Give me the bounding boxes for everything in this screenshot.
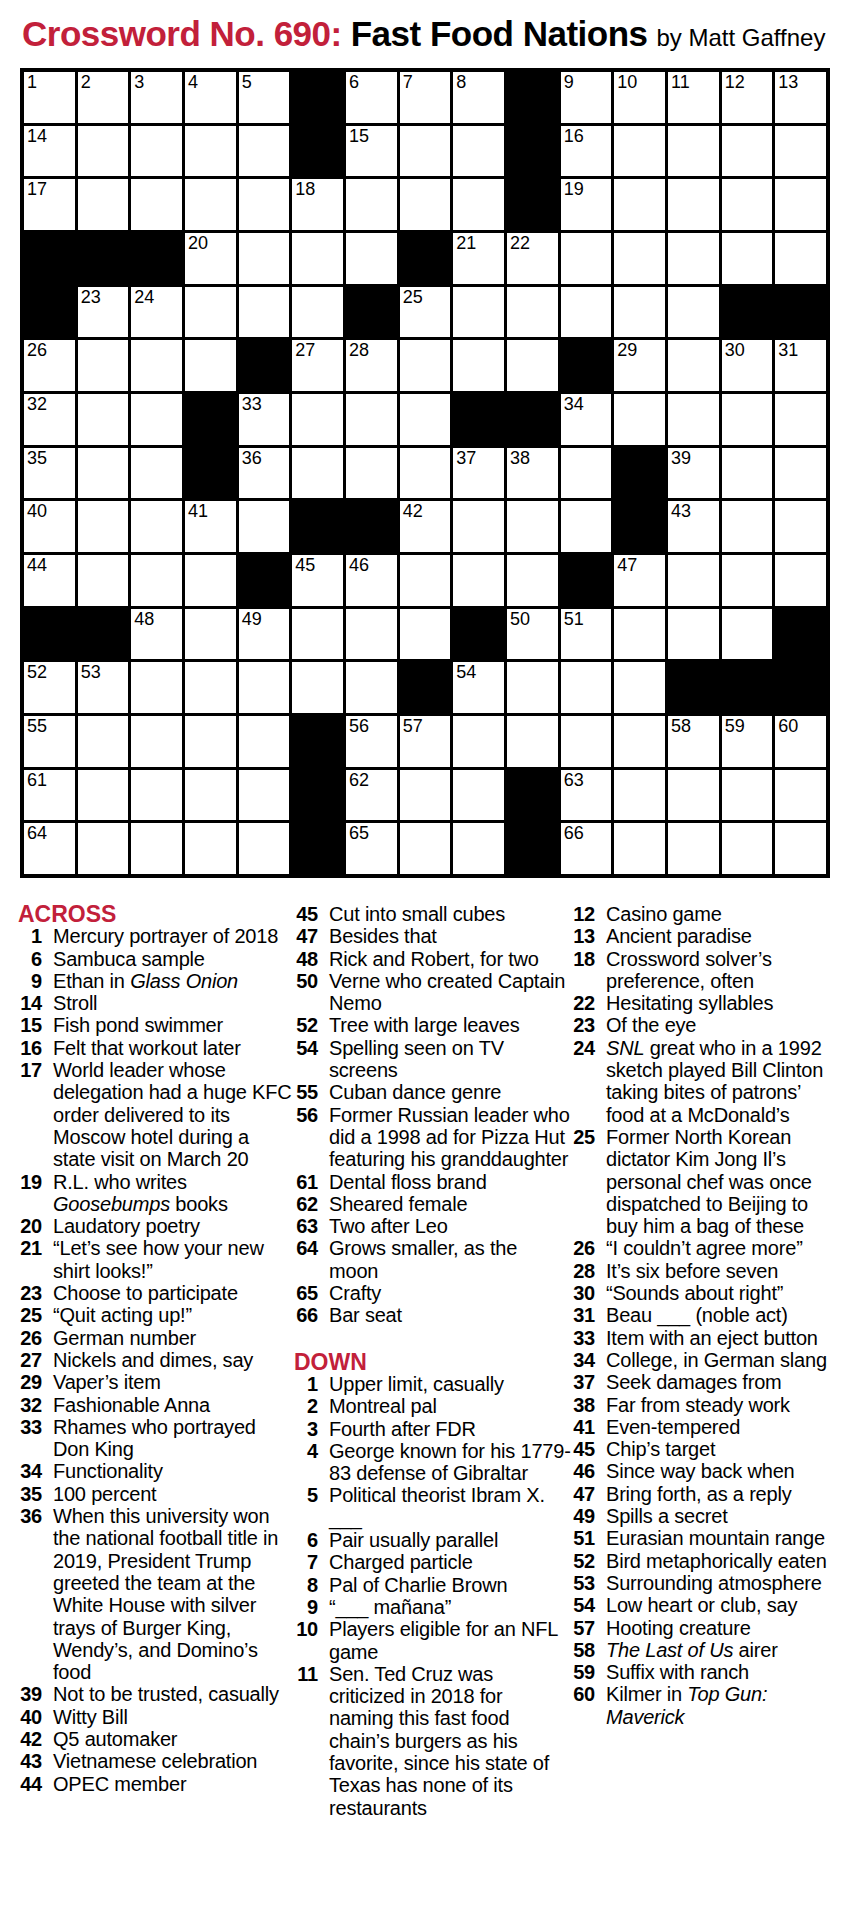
grid-cell[interactable] <box>185 555 236 606</box>
cell-number: 52 <box>27 662 47 683</box>
grid-cell[interactable]: 64 <box>24 823 75 874</box>
clue-number: 47 <box>571 1483 595 1505</box>
grid-cell[interactable] <box>185 609 236 660</box>
grid-cell[interactable]: 63 <box>561 770 612 821</box>
cell-number: 26 <box>27 340 47 361</box>
black-cell <box>453 394 504 445</box>
cell-number: 32 <box>27 394 47 415</box>
black-cell <box>292 716 343 767</box>
grid-cell[interactable] <box>292 287 343 338</box>
grid-cell[interactable] <box>292 394 343 445</box>
grid-cell[interactable] <box>131 662 182 713</box>
grid-cell[interactable]: 31 <box>775 340 826 391</box>
clue-column-1: ACROSS1Mercury portrayer of 20186Sambuca… <box>18 903 294 1795</box>
grid-cell[interactable] <box>668 609 719 660</box>
grid-cell[interactable] <box>453 716 504 767</box>
grid-cell[interactable]: 40 <box>24 501 75 552</box>
grid-cell[interactable] <box>614 126 665 177</box>
grid-cell[interactable]: 3 <box>131 72 182 123</box>
grid-cell[interactable] <box>668 126 719 177</box>
grid-cell[interactable] <box>78 823 129 874</box>
grid-cell[interactable] <box>346 179 397 230</box>
clue-number: 4 <box>294 1440 318 1485</box>
grid-cell[interactable]: 41 <box>185 501 236 552</box>
clue-number: 9 <box>294 1596 318 1618</box>
clue-33-across: 33Rhames who portrayed Don King <box>18 1416 294 1461</box>
grid-cell[interactable] <box>346 233 397 284</box>
grid-cell[interactable] <box>239 716 290 767</box>
black-cell <box>346 501 397 552</box>
grid-cell[interactable] <box>722 555 773 606</box>
clue-10-down: 10Players eligible for an NFL game <box>294 1618 571 1663</box>
grid-cell[interactable]: 62 <box>346 770 397 821</box>
grid-cell[interactable]: 22 <box>507 233 558 284</box>
grid-cell[interactable]: 25 <box>400 287 451 338</box>
clue-45-down: 45Chip’s target <box>571 1438 835 1460</box>
grid-cell[interactable] <box>614 770 665 821</box>
grid-cell[interactable] <box>292 233 343 284</box>
clue-text: “___ mañana” <box>329 1596 571 1618</box>
clue-number: 38 <box>571 1394 595 1416</box>
grid-cell[interactable]: 65 <box>346 823 397 874</box>
grid-cell[interactable]: 49 <box>239 609 290 660</box>
grid-cell[interactable]: 29 <box>614 340 665 391</box>
cell-number: 50 <box>510 609 530 630</box>
grid-cell[interactable] <box>185 823 236 874</box>
grid-cell[interactable]: 17 <box>24 179 75 230</box>
grid-cell[interactable]: 52 <box>24 662 75 713</box>
grid-cell[interactable] <box>78 501 129 552</box>
grid-cell[interactable] <box>131 448 182 499</box>
clue-text: Verne who created Captain Nemo <box>329 970 571 1015</box>
grid-cell[interactable] <box>346 662 397 713</box>
grid-cell[interactable] <box>292 448 343 499</box>
clue-number: 34 <box>571 1349 595 1371</box>
grid-cell[interactable]: 51 <box>561 609 612 660</box>
grid-cell[interactable] <box>453 340 504 391</box>
grid-cell[interactable] <box>131 555 182 606</box>
grid-cell[interactable] <box>131 394 182 445</box>
black-cell <box>400 233 451 284</box>
clue-number: 23 <box>571 1014 595 1036</box>
grid-cell[interactable] <box>614 179 665 230</box>
grid-cell[interactable] <box>292 662 343 713</box>
grid-cell[interactable] <box>668 340 719 391</box>
clue-number: 12 <box>571 903 595 925</box>
grid-cell[interactable] <box>668 555 719 606</box>
grid-cell[interactable] <box>453 555 504 606</box>
grid-cell[interactable] <box>78 448 129 499</box>
clue-number: 8 <box>294 1574 318 1596</box>
byline: by Matt Gaffney <box>656 24 825 52</box>
clue-13-down: 13Ancient paradise <box>571 925 835 947</box>
cell-number: 8 <box>456 72 466 93</box>
grid-cell[interactable] <box>614 662 665 713</box>
clue-42-across: 42Q5 automaker <box>18 1728 294 1750</box>
grid-cell[interactable]: 58 <box>668 716 719 767</box>
clue-text: Crafty <box>329 1282 571 1304</box>
clue-text: Q5 automaker <box>53 1728 294 1750</box>
cell-number: 4 <box>188 72 198 93</box>
grid-cell[interactable] <box>400 448 451 499</box>
grid-cell[interactable] <box>722 394 773 445</box>
cell-number: 19 <box>564 179 584 200</box>
grid-cell[interactable] <box>400 126 451 177</box>
black-cell <box>614 448 665 499</box>
clue-text: Players eligible for an NFL game <box>329 1618 571 1663</box>
clue-text: Fish pond swimmer <box>53 1014 294 1036</box>
grid-cell[interactable]: 47 <box>614 555 665 606</box>
grid-cell[interactable] <box>346 394 397 445</box>
grid-cell[interactable] <box>131 823 182 874</box>
grid-cell[interactable]: 44 <box>24 555 75 606</box>
clue-number: 15 <box>18 1014 42 1036</box>
clue-text: Tree with large leaves <box>329 1014 571 1036</box>
grid-cell[interactable] <box>400 555 451 606</box>
grid-cell[interactable] <box>131 770 182 821</box>
clue-number: 2 <box>294 1395 318 1417</box>
grid-cell[interactable] <box>400 609 451 660</box>
grid-cell[interactable]: 5 <box>239 72 290 123</box>
grid-cell[interactable]: 10 <box>614 72 665 123</box>
grid-cell[interactable] <box>185 126 236 177</box>
grid-cell[interactable] <box>775 179 826 230</box>
clue-text: Besides that <box>329 925 571 947</box>
clue-text: Cuban dance genre <box>329 1081 571 1103</box>
cell-number: 12 <box>725 72 745 93</box>
grid-cell[interactable] <box>668 770 719 821</box>
clue-26-across: 26German number <box>18 1327 294 1349</box>
clue-24-down: 24SNL great who in a 1992 sketch played … <box>571 1037 835 1126</box>
grid-cell[interactable]: 32 <box>24 394 75 445</box>
clue-text: Charged particle <box>329 1551 571 1573</box>
grid-cell[interactable] <box>239 823 290 874</box>
grid-cell[interactable]: 42 <box>400 501 451 552</box>
grid-cell[interactable]: 4 <box>185 72 236 123</box>
clue-5-down: 5Political theorist Ibram X. ___ <box>294 1484 571 1529</box>
clue-number: 28 <box>571 1260 595 1282</box>
cell-number: 40 <box>27 501 47 522</box>
grid-cell[interactable]: 39 <box>668 448 719 499</box>
grid-cell[interactable] <box>775 233 826 284</box>
grid-cell[interactable]: 46 <box>346 555 397 606</box>
grid-cell[interactable] <box>453 126 504 177</box>
clue-number: 44 <box>18 1773 42 1795</box>
clue-text: Rhames who portrayed Don King <box>53 1416 294 1461</box>
clue-section: 12Casino game13Ancient paradise18Crosswo… <box>571 903 835 1728</box>
grid-cell[interactable] <box>78 716 129 767</box>
grid-cell[interactable]: 54 <box>453 662 504 713</box>
clue-number: 5 <box>294 1484 318 1529</box>
grid-cell[interactable] <box>507 287 558 338</box>
clue-8-down: 8Pal of Charlie Brown <box>294 1574 571 1596</box>
grid-cell[interactable] <box>239 662 290 713</box>
grid-cell[interactable] <box>722 448 773 499</box>
grid-cell[interactable] <box>722 233 773 284</box>
grid-cell[interactable] <box>775 823 826 874</box>
grid-cell[interactable] <box>614 609 665 660</box>
clue-number: 45 <box>294 903 318 925</box>
grid-cell[interactable] <box>507 716 558 767</box>
grid-cell[interactable] <box>775 448 826 499</box>
clue-number: 60 <box>571 1683 595 1728</box>
clue-25-down: 25Former North Korean dictator Kim Jong … <box>571 1126 835 1237</box>
grid-cell[interactable]: 37 <box>453 448 504 499</box>
grid-cell[interactable]: 43 <box>668 501 719 552</box>
grid-cell[interactable] <box>668 287 719 338</box>
grid-cell[interactable]: 1 <box>24 72 75 123</box>
grid-cell[interactable]: 26 <box>24 340 75 391</box>
black-cell <box>78 609 129 660</box>
clue-25-across: 25“Quit acting up!” <box>18 1304 294 1326</box>
clue-number: 35 <box>18 1483 42 1505</box>
clue-text: Sambuca sample <box>53 948 294 970</box>
grid-cell[interactable]: 16 <box>561 126 612 177</box>
grid-cell[interactable]: 66 <box>561 823 612 874</box>
grid-cell[interactable]: 2 <box>78 72 129 123</box>
clue-53-down: 53Surrounding atmosphere <box>571 1572 835 1594</box>
clue-text: The Last of Us airer <box>606 1639 835 1661</box>
clue-34-down: 34College, in German slang <box>571 1349 835 1371</box>
grid-cell[interactable] <box>78 126 129 177</box>
grid-cell[interactable] <box>346 609 397 660</box>
grid-cell[interactable]: 57 <box>400 716 451 767</box>
grid-cell[interactable] <box>453 501 504 552</box>
clue-44-across: 44OPEC member <box>18 1773 294 1795</box>
black-cell <box>292 823 343 874</box>
clue-number: 54 <box>571 1594 595 1616</box>
grid-cell[interactable] <box>131 340 182 391</box>
clue-text: Nickels and dimes, say <box>53 1349 294 1371</box>
grid-cell[interactable] <box>400 340 451 391</box>
clue-number: 26 <box>571 1237 595 1259</box>
grid-cell[interactable] <box>668 823 719 874</box>
grid-cell[interactable] <box>561 501 612 552</box>
grid-cell[interactable] <box>722 770 773 821</box>
cell-number: 7 <box>403 72 413 93</box>
grid-cell[interactable]: 13 <box>775 72 826 123</box>
grid-cell[interactable] <box>775 126 826 177</box>
grid-cell[interactable] <box>561 662 612 713</box>
clue-text: Fashionable Anna <box>53 1394 294 1416</box>
clue-63-across: 63Two after Leo <box>294 1215 571 1237</box>
clue-text: Rick and Robert, for two <box>329 948 571 970</box>
grid-cell[interactable] <box>561 233 612 284</box>
grid-cell[interactable] <box>614 716 665 767</box>
grid-cell[interactable]: 18 <box>292 179 343 230</box>
cell-number: 17 <box>27 179 47 200</box>
grid-cell[interactable] <box>239 126 290 177</box>
cell-number: 30 <box>725 340 745 361</box>
grid-cell[interactable] <box>668 394 719 445</box>
clue-text: Ancient paradise <box>606 925 835 947</box>
grid-cell[interactable] <box>668 179 719 230</box>
clue-number: 23 <box>18 1282 42 1304</box>
grid-cell[interactable] <box>614 233 665 284</box>
grid-cell[interactable] <box>453 823 504 874</box>
grid-cell[interactable] <box>185 179 236 230</box>
grid-cell[interactable] <box>78 394 129 445</box>
grid-cell[interactable]: 59 <box>722 716 773 767</box>
clue-number: 26 <box>18 1327 42 1349</box>
grid-cell[interactable]: 23 <box>78 287 129 338</box>
grid-cell[interactable]: 38 <box>507 448 558 499</box>
cell-number: 11 <box>671 72 690 93</box>
grid-cell[interactable] <box>668 233 719 284</box>
grid-cell[interactable]: 8 <box>453 72 504 123</box>
grid-cell[interactable]: 27 <box>292 340 343 391</box>
clue-number: 36 <box>18 1505 42 1683</box>
grid-cell[interactable] <box>507 555 558 606</box>
grid-cell[interactable] <box>131 501 182 552</box>
clue-9-across: 9Ethan in Glass Onion <box>18 970 294 992</box>
clue-51-down: 51Eurasian mountain range <box>571 1527 835 1549</box>
black-cell <box>507 770 558 821</box>
grid-cell[interactable]: 19 <box>561 179 612 230</box>
grid-cell[interactable] <box>131 126 182 177</box>
clue-text: Crossword solver’s preference, often <box>606 948 835 993</box>
clue-number: 17 <box>18 1059 42 1170</box>
down-header: DOWN <box>294 1351 571 1373</box>
grid-cell[interactable]: 20 <box>185 233 236 284</box>
cell-number: 23 <box>81 287 101 308</box>
grid-cell[interactable] <box>400 823 451 874</box>
grid-cell[interactable] <box>185 770 236 821</box>
grid-cell[interactable] <box>239 501 290 552</box>
grid-cell[interactable] <box>507 501 558 552</box>
grid-cell[interactable] <box>722 823 773 874</box>
clue-3-down: 3Fourth after FDR <box>294 1418 571 1440</box>
clue-number: 43 <box>18 1750 42 1772</box>
clue-47-down: 47Bring forth, as a reply <box>571 1483 835 1505</box>
grid-cell[interactable] <box>722 179 773 230</box>
grid-cell[interactable] <box>400 394 451 445</box>
clue-text: 100 percent <box>53 1483 294 1505</box>
grid-cell[interactable]: 50 <box>507 609 558 660</box>
grid-cell[interactable] <box>292 609 343 660</box>
grid-cell[interactable]: 6 <box>346 72 397 123</box>
grid-cell[interactable] <box>722 609 773 660</box>
clue-number: 14 <box>18 992 42 1014</box>
grid-cell[interactable] <box>239 770 290 821</box>
grid-cell[interactable]: 33 <box>239 394 290 445</box>
grid-cell[interactable] <box>78 770 129 821</box>
grid-cell[interactable]: 12 <box>722 72 773 123</box>
clue-text: Kilmer in Top Gun: Maverick <box>606 1683 835 1728</box>
black-cell <box>185 448 236 499</box>
grid-cell[interactable] <box>131 716 182 767</box>
puzzle-name-title: Fast Food Nations <box>351 14 648 54</box>
grid-cell[interactable]: 9 <box>561 72 612 123</box>
grid-cell[interactable] <box>775 394 826 445</box>
clue-text: Low heart or club, say <box>606 1594 835 1616</box>
grid-cell[interactable]: 34 <box>561 394 612 445</box>
grid-cell[interactable]: 24 <box>131 287 182 338</box>
grid-cell[interactable] <box>614 287 665 338</box>
grid-cell[interactable]: 21 <box>453 233 504 284</box>
grid-cell[interactable] <box>775 501 826 552</box>
grid-cell[interactable]: 14 <box>24 126 75 177</box>
clue-text: Felt that workout later <box>53 1037 294 1059</box>
grid-cell[interactable] <box>453 287 504 338</box>
clue-text: Even-tempered <box>606 1416 835 1438</box>
clue-text: OPEC member <box>53 1773 294 1795</box>
grid-cell[interactable] <box>507 340 558 391</box>
grid-cell[interactable] <box>561 448 612 499</box>
cell-number: 54 <box>456 662 476 683</box>
clue-text: Surrounding atmosphere <box>606 1572 835 1594</box>
grid-cell[interactable]: 28 <box>346 340 397 391</box>
black-cell <box>775 609 826 660</box>
grid-cell[interactable] <box>185 716 236 767</box>
clue-6-across: 6Sambuca sample <box>18 948 294 970</box>
grid-cell[interactable]: 60 <box>775 716 826 767</box>
grid-cell[interactable] <box>239 179 290 230</box>
cell-number: 33 <box>242 394 262 415</box>
grid-cell[interactable]: 11 <box>668 72 719 123</box>
black-cell <box>185 394 236 445</box>
cell-number: 55 <box>27 716 47 737</box>
black-cell <box>668 662 719 713</box>
clue-19-across: 19R.L. who writes Goosebumps books <box>18 1171 294 1216</box>
clue-59-down: 59Suffix with ranch <box>571 1661 835 1683</box>
grid-cell[interactable] <box>614 394 665 445</box>
grid-cell[interactable] <box>453 179 504 230</box>
grid-cell[interactable] <box>78 555 129 606</box>
grid-cell[interactable] <box>722 126 773 177</box>
cell-number: 2 <box>81 72 91 93</box>
grid-cell[interactable] <box>400 179 451 230</box>
grid-cell[interactable] <box>614 823 665 874</box>
grid-cell[interactable] <box>775 770 826 821</box>
grid-cell[interactable] <box>346 448 397 499</box>
cell-number: 10 <box>617 72 637 93</box>
grid-cell[interactable] <box>185 340 236 391</box>
grid-cell[interactable]: 53 <box>78 662 129 713</box>
grid-cell[interactable] <box>561 716 612 767</box>
clue-39-across: 39Not to be trusted, casually <box>18 1683 294 1705</box>
grid-cell[interactable] <box>561 287 612 338</box>
grid-cell[interactable] <box>775 555 826 606</box>
grid-cell[interactable] <box>185 662 236 713</box>
grid-cell[interactable] <box>78 179 129 230</box>
grid-cell[interactable] <box>131 179 182 230</box>
grid-cell[interactable]: 48 <box>131 609 182 660</box>
cell-number: 21 <box>456 233 476 254</box>
grid-cell[interactable] <box>239 287 290 338</box>
grid-cell[interactable] <box>239 233 290 284</box>
grid-cell[interactable]: 55 <box>24 716 75 767</box>
grid-cell[interactable]: 56 <box>346 716 397 767</box>
grid-cell[interactable] <box>78 340 129 391</box>
grid-cell[interactable]: 7 <box>400 72 451 123</box>
grid-cell[interactable] <box>722 501 773 552</box>
grid-cell[interactable]: 36 <box>239 448 290 499</box>
grid-cell[interactable] <box>400 770 451 821</box>
clue-number: 57 <box>571 1617 595 1639</box>
grid-cell[interactable]: 15 <box>346 126 397 177</box>
grid-cell[interactable] <box>185 287 236 338</box>
clue-text: German number <box>53 1327 294 1349</box>
grid-cell[interactable]: 61 <box>24 770 75 821</box>
grid-cell[interactable]: 30 <box>722 340 773 391</box>
grid-cell[interactable]: 45 <box>292 555 343 606</box>
clue-49-down: 49Spills a secret <box>571 1505 835 1527</box>
grid-cell[interactable] <box>453 770 504 821</box>
clue-61-across: 61Dental floss brand <box>294 1171 571 1193</box>
grid-cell[interactable] <box>507 662 558 713</box>
grid-cell[interactable]: 35 <box>24 448 75 499</box>
